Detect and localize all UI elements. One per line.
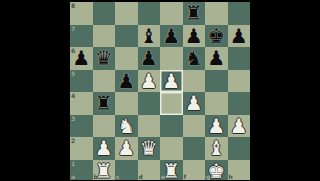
square-a8[interactable]: 8 <box>70 2 93 25</box>
chessboard: 8♜7♝♟♟♚♟6♟♛♟♞♟5♟♟♟4♜♟3♞♟♟2♟♟♛♝1ab♜cde♜fg… <box>70 2 250 180</box>
black-pawn[interactable]: ♟ <box>72 47 90 70</box>
screen: 8♜7♝♟♟♚♟6♟♛♟♞♟5♟♟♟4♜♟3♞♟♟2♟♟♛♝1ab♜cde♜fg… <box>0 0 320 180</box>
square-a2[interactable]: 2 <box>70 137 93 160</box>
square-e2[interactable] <box>160 137 183 160</box>
square-c4[interactable] <box>115 92 138 115</box>
square-e7[interactable]: ♟ <box>160 25 183 48</box>
square-f5[interactable] <box>183 70 206 93</box>
black-rook[interactable]: ♜ <box>185 2 203 25</box>
black-rook[interactable]: ♜ <box>95 92 113 115</box>
file-label-h: h <box>229 174 233 180</box>
white-queen[interactable]: ♛ <box>140 137 158 160</box>
square-h5[interactable] <box>228 70 251 93</box>
square-a3[interactable]: 3 <box>70 115 93 138</box>
square-h7[interactable]: ♟ <box>228 25 251 48</box>
square-b8[interactable] <box>93 2 116 25</box>
square-f7[interactable]: ♟ <box>183 25 206 48</box>
black-pawn[interactable]: ♟ <box>117 70 135 93</box>
square-g2[interactable]: ♝ <box>205 137 228 160</box>
square-h6[interactable] <box>228 47 251 70</box>
white-pawn[interactable]: ♟ <box>117 137 135 160</box>
square-a1[interactable]: 1a <box>70 160 93 181</box>
white-rook[interactable]: ♜ <box>95 160 113 181</box>
square-b1[interactable]: b♜ <box>93 160 116 181</box>
square-d8[interactable] <box>138 2 161 25</box>
square-a7[interactable]: 7 <box>70 25 93 48</box>
white-pawn[interactable]: ♟ <box>207 115 225 138</box>
rank-label-8: 8 <box>71 3 75 9</box>
rank-label-2: 2 <box>71 138 75 144</box>
white-knight[interactable]: ♞ <box>117 115 135 138</box>
white-bishop[interactable]: ♝ <box>207 137 225 160</box>
black-pawn[interactable]: ♟ <box>162 25 180 48</box>
file-label-d: d <box>139 174 143 180</box>
square-d2[interactable]: ♛ <box>138 137 161 160</box>
square-d7[interactable]: ♝ <box>138 25 161 48</box>
white-pawn[interactable]: ♟ <box>95 137 113 160</box>
white-pawn[interactable]: ♟ <box>162 70 180 93</box>
file-label-c: c <box>116 174 120 180</box>
square-f6[interactable]: ♞ <box>183 47 206 70</box>
square-h8[interactable] <box>228 2 251 25</box>
black-bishop[interactable]: ♝ <box>140 25 158 48</box>
square-h4[interactable] <box>228 92 251 115</box>
square-f2[interactable] <box>183 137 206 160</box>
square-c5[interactable]: ♟ <box>115 70 138 93</box>
square-b3[interactable] <box>93 115 116 138</box>
square-g7[interactable]: ♚ <box>205 25 228 48</box>
white-king[interactable]: ♚ <box>207 160 225 181</box>
square-f1[interactable]: f <box>183 160 206 181</box>
rank-label-4: 4 <box>71 93 75 99</box>
black-pawn[interactable]: ♟ <box>185 25 203 48</box>
black-pawn[interactable]: ♟ <box>140 47 158 70</box>
square-c6[interactable] <box>115 47 138 70</box>
black-pawn[interactable]: ♟ <box>230 25 248 48</box>
square-g8[interactable] <box>205 2 228 25</box>
square-f3[interactable] <box>183 115 206 138</box>
square-g1[interactable]: g♚ <box>205 160 228 181</box>
square-d5[interactable]: ♟ <box>138 70 161 93</box>
square-h1[interactable]: h <box>228 160 251 181</box>
square-e5[interactable]: ♟ <box>160 70 183 93</box>
square-c7[interactable] <box>115 25 138 48</box>
square-b5[interactable] <box>93 70 116 93</box>
square-a5[interactable]: 5 <box>70 70 93 93</box>
square-e6[interactable] <box>160 47 183 70</box>
square-c2[interactable]: ♟ <box>115 137 138 160</box>
square-c1[interactable]: c <box>115 160 138 181</box>
square-c3[interactable]: ♞ <box>115 115 138 138</box>
rank-label-5: 5 <box>71 71 75 77</box>
square-h3[interactable]: ♟ <box>228 115 251 138</box>
rank-label-7: 7 <box>71 26 75 32</box>
black-king[interactable]: ♚ <box>207 25 225 48</box>
square-b6[interactable]: ♛ <box>93 47 116 70</box>
square-b4[interactable]: ♜ <box>93 92 116 115</box>
square-e3[interactable] <box>160 115 183 138</box>
square-g3[interactable]: ♟ <box>205 115 228 138</box>
square-a4[interactable]: 4 <box>70 92 93 115</box>
rank-label-1: 1 <box>71 161 75 167</box>
black-knight[interactable]: ♞ <box>185 47 203 70</box>
black-pawn[interactable]: ♟ <box>207 47 225 70</box>
white-pawn[interactable]: ♟ <box>230 115 248 138</box>
square-c8[interactable] <box>115 2 138 25</box>
square-e4[interactable] <box>160 92 183 115</box>
square-a6[interactable]: 6♟ <box>70 47 93 70</box>
square-b2[interactable]: ♟ <box>93 137 116 160</box>
white-pawn[interactable]: ♟ <box>185 92 203 115</box>
black-queen[interactable]: ♛ <box>95 47 113 70</box>
white-pawn[interactable]: ♟ <box>140 70 158 93</box>
square-g4[interactable] <box>205 92 228 115</box>
square-d6[interactable]: ♟ <box>138 47 161 70</box>
square-g5[interactable] <box>205 70 228 93</box>
white-rook[interactable]: ♜ <box>162 160 180 181</box>
file-label-f: f <box>184 174 187 180</box>
square-b7[interactable] <box>93 25 116 48</box>
square-f4[interactable]: ♟ <box>183 92 206 115</box>
square-g6[interactable]: ♟ <box>205 47 228 70</box>
square-f8[interactable]: ♜ <box>183 2 206 25</box>
file-label-a: a <box>71 174 75 180</box>
square-d1[interactable]: d <box>138 160 161 181</box>
square-e8[interactable] <box>160 2 183 25</box>
square-e1[interactable]: e♜ <box>160 160 183 181</box>
square-d3[interactable] <box>138 115 161 138</box>
square-h2[interactable] <box>228 137 251 160</box>
rank-label-3: 3 <box>71 116 75 122</box>
square-d4[interactable] <box>138 92 161 115</box>
